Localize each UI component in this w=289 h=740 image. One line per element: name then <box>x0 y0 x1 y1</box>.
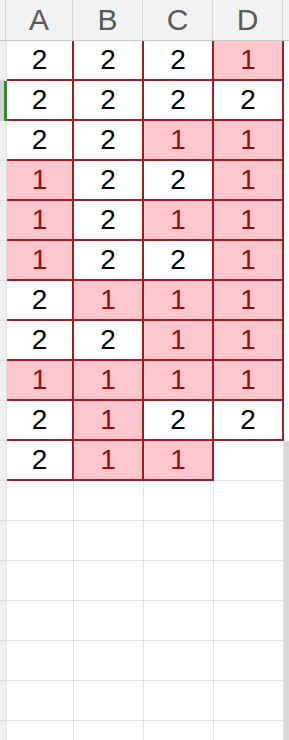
cell-A1[interactable]: 2 <box>7 41 74 81</box>
cell-C17[interactable] <box>144 681 214 721</box>
cell-C11[interactable]: 1 <box>144 441 214 481</box>
table-row: 2211 <box>7 121 284 161</box>
cell-C12[interactable] <box>144 481 214 521</box>
table-row: 1221 <box>7 241 284 281</box>
cell-B6[interactable]: 2 <box>74 241 144 281</box>
table-row: 2211 <box>7 321 284 361</box>
cell-C4[interactable]: 2 <box>144 161 214 201</box>
table-row: 1221 <box>7 161 284 201</box>
spreadsheet-viewport: A B C D 22212222221112211211122121112211… <box>0 0 289 740</box>
cell-A2[interactable]: 2 <box>7 81 74 121</box>
table-row <box>7 681 284 721</box>
table-row: 2221 <box>7 41 284 81</box>
cell-D7[interactable]: 1 <box>214 281 284 321</box>
cell-D9[interactable]: 1 <box>214 361 284 401</box>
cell-B15[interactable] <box>74 601 144 641</box>
row-header-strip[interactable] <box>0 41 7 740</box>
column-header-a[interactable]: A <box>6 0 73 40</box>
cell-A11[interactable]: 2 <box>7 441 74 481</box>
cell-D2[interactable]: 2 <box>214 81 284 121</box>
cell-D15[interactable] <box>214 601 284 641</box>
cell-A15[interactable] <box>7 601 74 641</box>
table-row <box>7 721 284 740</box>
column-headers: A B C D <box>0 0 289 41</box>
column-e-sliver[interactable] <box>284 41 289 441</box>
cell-B13[interactable] <box>74 521 144 561</box>
column-header-c[interactable]: C <box>143 0 213 40</box>
cell-D8[interactable]: 1 <box>214 321 284 361</box>
cell-B5[interactable]: 2 <box>74 201 144 241</box>
cell-D17[interactable] <box>214 681 284 721</box>
cell-C8[interactable]: 1 <box>144 321 214 361</box>
cell-C7[interactable]: 1 <box>144 281 214 321</box>
cell-A9[interactable]: 1 <box>7 361 74 401</box>
cell-B14[interactable] <box>74 561 144 601</box>
table-row: 2122 <box>7 401 284 441</box>
cell-B18[interactable] <box>74 721 144 740</box>
cell-B4[interactable]: 2 <box>74 161 144 201</box>
cell-D16[interactable] <box>214 641 284 681</box>
cell-B7[interactable]: 1 <box>74 281 144 321</box>
cell-D6[interactable]: 1 <box>214 241 284 281</box>
cell-C16[interactable] <box>144 641 214 681</box>
cell-B10[interactable]: 1 <box>74 401 144 441</box>
column-header-e-sliver[interactable] <box>283 0 289 40</box>
cell-C13[interactable] <box>144 521 214 561</box>
cell-D14[interactable] <box>214 561 284 601</box>
table-row <box>7 481 284 521</box>
column-header-b[interactable]: B <box>73 0 143 40</box>
selection-green-bar <box>4 81 7 121</box>
cell-A3[interactable]: 2 <box>7 121 74 161</box>
cell-D18[interactable] <box>214 721 284 740</box>
cell-C5[interactable]: 1 <box>144 201 214 241</box>
cell-A12[interactable] <box>7 481 74 521</box>
cell-A18[interactable] <box>7 721 74 740</box>
table-row: 1111 <box>7 361 284 401</box>
cell-A4[interactable]: 1 <box>7 161 74 201</box>
table-row: 2222 <box>7 81 284 121</box>
cell-A8[interactable]: 2 <box>7 321 74 361</box>
column-header-d[interactable]: D <box>213 0 283 40</box>
cell-C14[interactable] <box>144 561 214 601</box>
table-row <box>7 601 284 641</box>
cell-C2[interactable]: 2 <box>144 81 214 121</box>
cell-grid: 2221222222111221121112212111221111112122… <box>7 41 284 740</box>
cell-B17[interactable] <box>74 681 144 721</box>
table-row <box>7 561 284 601</box>
cell-C9[interactable]: 1 <box>144 361 214 401</box>
table-row <box>7 521 284 561</box>
cell-A16[interactable] <box>7 641 74 681</box>
cell-C10[interactable]: 2 <box>144 401 214 441</box>
cell-B16[interactable] <box>74 641 144 681</box>
sheet-body: 2221222222111221121112212111221111112122… <box>0 41 289 740</box>
cell-B2[interactable]: 2 <box>74 81 144 121</box>
scrollbar-strip[interactable] <box>284 441 289 740</box>
table-row: 211 <box>7 441 284 481</box>
cell-D10[interactable]: 2 <box>214 401 284 441</box>
cell-D12[interactable] <box>214 481 284 521</box>
cell-B8[interactable]: 2 <box>74 321 144 361</box>
cell-B11[interactable]: 1 <box>74 441 144 481</box>
cell-D3[interactable]: 1 <box>214 121 284 161</box>
cell-C15[interactable] <box>144 601 214 641</box>
cell-D1[interactable]: 1 <box>214 41 284 81</box>
cell-C18[interactable] <box>144 721 214 740</box>
cell-A10[interactable]: 2 <box>7 401 74 441</box>
cell-B3[interactable]: 2 <box>74 121 144 161</box>
cell-A14[interactable] <box>7 561 74 601</box>
cell-D13[interactable] <box>214 521 284 561</box>
cell-D11[interactable] <box>214 441 284 481</box>
cell-B9[interactable]: 1 <box>74 361 144 401</box>
cell-D4[interactable]: 1 <box>214 161 284 201</box>
cell-D5[interactable]: 1 <box>214 201 284 241</box>
cell-A13[interactable] <box>7 521 74 561</box>
cell-A7[interactable]: 2 <box>7 281 74 321</box>
cell-A6[interactable]: 1 <box>7 241 74 281</box>
cell-B12[interactable] <box>74 481 144 521</box>
table-row: 1211 <box>7 201 284 241</box>
cell-A17[interactable] <box>7 681 74 721</box>
cell-B1[interactable]: 2 <box>74 41 144 81</box>
cell-A5[interactable]: 1 <box>7 201 74 241</box>
cell-C3[interactable]: 1 <box>144 121 214 161</box>
cell-C6[interactable]: 2 <box>144 241 214 281</box>
right-edge-strip <box>284 41 289 740</box>
cell-C1[interactable]: 2 <box>144 41 214 81</box>
table-row: 2111 <box>7 281 284 321</box>
table-row <box>7 641 284 681</box>
